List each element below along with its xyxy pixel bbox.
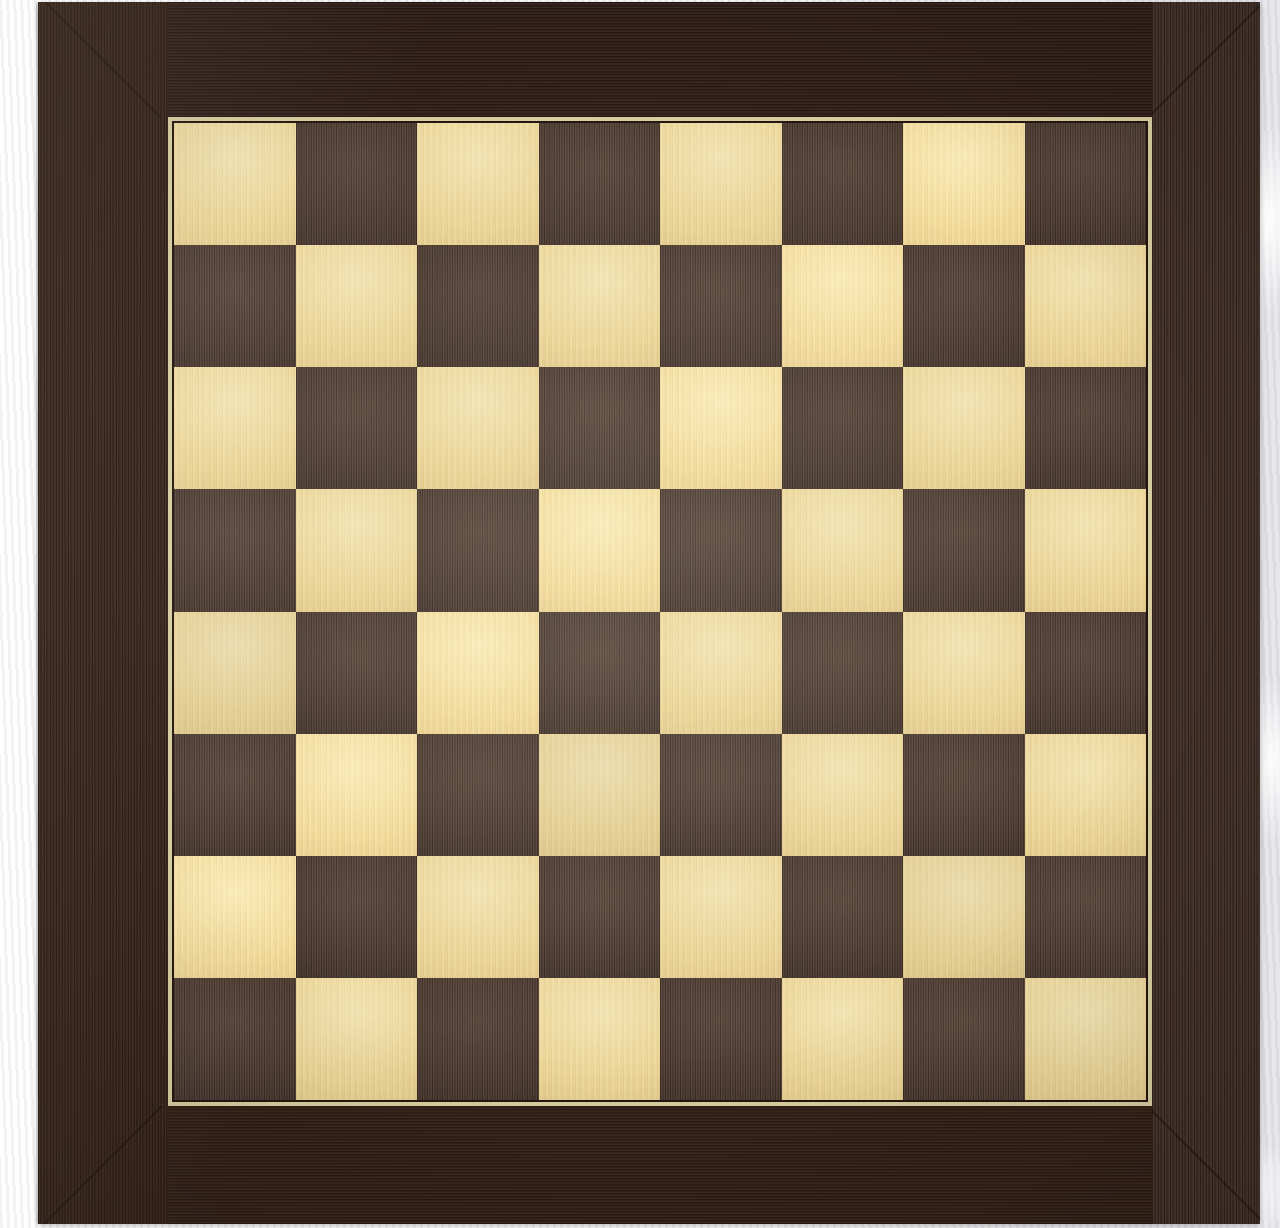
square-g7[interactable] (903, 245, 1025, 367)
square-f4[interactable] (782, 612, 904, 734)
square-e7[interactable] (660, 245, 782, 367)
square-d5[interactable] (539, 489, 661, 611)
square-g3[interactable] (903, 734, 1025, 856)
square-d7[interactable] (539, 245, 661, 367)
square-d4[interactable] (539, 612, 661, 734)
square-g6[interactable] (903, 367, 1025, 489)
square-b7[interactable] (296, 245, 418, 367)
square-c4[interactable] (417, 612, 539, 734)
square-c6[interactable] (417, 367, 539, 489)
square-d1[interactable] (539, 978, 661, 1100)
square-b8[interactable] (296, 123, 418, 245)
square-h2[interactable] (1025, 856, 1147, 978)
square-c1[interactable] (417, 978, 539, 1100)
square-a5[interactable] (174, 489, 296, 611)
square-h7[interactable] (1025, 245, 1147, 367)
square-e4[interactable] (660, 612, 782, 734)
square-e8[interactable] (660, 123, 782, 245)
board-grid (174, 123, 1146, 1100)
square-a1[interactable] (174, 978, 296, 1100)
square-g2[interactable] (903, 856, 1025, 978)
square-h5[interactable] (1025, 489, 1147, 611)
square-b3[interactable] (296, 734, 418, 856)
square-e1[interactable] (660, 978, 782, 1100)
square-a4[interactable] (174, 612, 296, 734)
square-h3[interactable] (1025, 734, 1147, 856)
square-f5[interactable] (782, 489, 904, 611)
square-f7[interactable] (782, 245, 904, 367)
square-f2[interactable] (782, 856, 904, 978)
square-a3[interactable] (174, 734, 296, 856)
square-e2[interactable] (660, 856, 782, 978)
square-c8[interactable] (417, 123, 539, 245)
square-g4[interactable] (903, 612, 1025, 734)
square-h6[interactable] (1025, 367, 1147, 489)
square-e6[interactable] (660, 367, 782, 489)
square-a6[interactable] (174, 367, 296, 489)
square-g1[interactable] (903, 978, 1025, 1100)
square-c7[interactable] (417, 245, 539, 367)
square-e3[interactable] (660, 734, 782, 856)
square-b1[interactable] (296, 978, 418, 1100)
square-c2[interactable] (417, 856, 539, 978)
playing-area-inlay-border (168, 117, 1152, 1106)
square-d8[interactable] (539, 123, 661, 245)
square-a7[interactable] (174, 245, 296, 367)
square-f8[interactable] (782, 123, 904, 245)
square-h1[interactable] (1025, 978, 1147, 1100)
photo-background (0, 0, 1280, 1228)
square-h8[interactable] (1025, 123, 1147, 245)
square-a2[interactable] (174, 856, 296, 978)
chess-board (38, 2, 1260, 1224)
square-f1[interactable] (782, 978, 904, 1100)
square-d6[interactable] (539, 367, 661, 489)
square-f3[interactable] (782, 734, 904, 856)
square-c5[interactable] (417, 489, 539, 611)
square-g8[interactable] (903, 123, 1025, 245)
square-b4[interactable] (296, 612, 418, 734)
square-c3[interactable] (417, 734, 539, 856)
square-e5[interactable] (660, 489, 782, 611)
square-a8[interactable] (174, 123, 296, 245)
square-b6[interactable] (296, 367, 418, 489)
square-b2[interactable] (296, 856, 418, 978)
square-g5[interactable] (903, 489, 1025, 611)
square-f6[interactable] (782, 367, 904, 489)
square-b5[interactable] (296, 489, 418, 611)
square-h4[interactable] (1025, 612, 1147, 734)
square-d3[interactable] (539, 734, 661, 856)
square-d2[interactable] (539, 856, 661, 978)
